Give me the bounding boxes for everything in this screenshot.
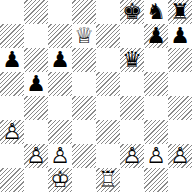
pawn-glyph: ♙ <box>120 144 144 168</box>
piece-white-pawn[interactable]: ♟♙ <box>24 144 48 168</box>
square-a6[interactable]: ♟♟ <box>0 48 24 72</box>
square-d8[interactable] <box>72 0 96 24</box>
square-a3[interactable]: ♟♙ <box>0 120 24 144</box>
pawn-glyph: ♟ <box>0 48 24 72</box>
piece-black-king[interactable]: ♚♚ <box>120 0 144 24</box>
square-c5[interactable] <box>48 72 72 96</box>
rook-glyph: ♖ <box>96 168 120 192</box>
square-a5[interactable] <box>0 72 24 96</box>
square-f7[interactable] <box>120 24 144 48</box>
square-f6[interactable]: ♛♛ <box>120 48 144 72</box>
square-h5[interactable] <box>168 72 192 96</box>
square-b7[interactable] <box>24 24 48 48</box>
square-b2[interactable]: ♟♙ <box>24 144 48 168</box>
pawn-glyph: ♟ <box>168 24 192 48</box>
pawn-glyph: ♙ <box>0 120 24 144</box>
square-f2[interactable]: ♟♙ <box>120 144 144 168</box>
piece-black-pawn[interactable]: ♟♟ <box>168 24 192 48</box>
square-c3[interactable] <box>48 120 72 144</box>
piece-black-pawn[interactable]: ♟♟ <box>48 48 72 72</box>
square-d7[interactable]: ♛♕ <box>72 24 96 48</box>
square-f3[interactable] <box>120 120 144 144</box>
square-a2[interactable] <box>0 144 24 168</box>
piece-white-rook[interactable]: ♜♖ <box>96 168 120 192</box>
square-c8[interactable] <box>48 0 72 24</box>
square-e7[interactable] <box>96 24 120 48</box>
square-f4[interactable] <box>120 96 144 120</box>
square-g7[interactable]: ♟♟ <box>144 24 168 48</box>
square-b3[interactable] <box>24 120 48 144</box>
square-g1[interactable] <box>144 168 168 192</box>
square-a1[interactable] <box>0 168 24 192</box>
king-glyph: ♚ <box>120 0 144 24</box>
piece-black-pawn[interactable]: ♟♟ <box>144 24 168 48</box>
piece-white-pawn[interactable]: ♟♙ <box>120 144 144 168</box>
square-a8[interactable] <box>0 0 24 24</box>
square-h8[interactable]: ♜♜ <box>168 0 192 24</box>
knight-glyph: ♞ <box>144 0 168 24</box>
piece-white-king[interactable]: ♚♔ <box>48 168 72 192</box>
square-e6[interactable] <box>96 48 120 72</box>
square-b8[interactable] <box>24 0 48 24</box>
square-c1[interactable]: ♚♔ <box>48 168 72 192</box>
queen-glyph: ♕ <box>72 24 96 48</box>
piece-white-queen[interactable]: ♛♕ <box>72 24 96 48</box>
pawn-glyph: ♟ <box>144 24 168 48</box>
square-h1[interactable] <box>168 168 192 192</box>
chess-board: ♚♚♞♞♜♜♛♕♟♟♟♟♟♟♟♟♛♛♟♟♟♙♟♙♟♙♟♙♟♙♟♙♚♔♜♖ <box>0 0 192 192</box>
pawn-glyph: ♟ <box>48 48 72 72</box>
square-e5[interactable] <box>96 72 120 96</box>
square-g4[interactable] <box>144 96 168 120</box>
square-d6[interactable] <box>72 48 96 72</box>
square-c2[interactable]: ♟♙ <box>48 144 72 168</box>
rook-glyph: ♜ <box>168 0 192 24</box>
square-d2[interactable] <box>72 144 96 168</box>
square-g8[interactable]: ♞♞ <box>144 0 168 24</box>
king-glyph: ♔ <box>48 168 72 192</box>
square-h6[interactable] <box>168 48 192 72</box>
square-d5[interactable] <box>72 72 96 96</box>
piece-black-queen[interactable]: ♛♛ <box>120 48 144 72</box>
piece-white-pawn[interactable]: ♟♙ <box>168 144 192 168</box>
pawn-glyph: ♙ <box>24 144 48 168</box>
square-g6[interactable] <box>144 48 168 72</box>
square-b5[interactable]: ♟♟ <box>24 72 48 96</box>
square-g2[interactable]: ♟♙ <box>144 144 168 168</box>
square-h3[interactable] <box>168 120 192 144</box>
piece-white-pawn[interactable]: ♟♙ <box>0 120 24 144</box>
square-c7[interactable] <box>48 24 72 48</box>
square-b4[interactable] <box>24 96 48 120</box>
square-e4[interactable] <box>96 96 120 120</box>
pawn-glyph: ♙ <box>48 144 72 168</box>
square-e2[interactable] <box>96 144 120 168</box>
square-d1[interactable] <box>72 168 96 192</box>
piece-white-pawn[interactable]: ♟♙ <box>48 144 72 168</box>
square-e8[interactable] <box>96 0 120 24</box>
square-b1[interactable] <box>24 168 48 192</box>
piece-black-knight[interactable]: ♞♞ <box>144 0 168 24</box>
square-h4[interactable] <box>168 96 192 120</box>
square-e1[interactable]: ♜♖ <box>96 168 120 192</box>
square-f8[interactable]: ♚♚ <box>120 0 144 24</box>
square-c6[interactable]: ♟♟ <box>48 48 72 72</box>
queen-glyph: ♛ <box>120 48 144 72</box>
pawn-glyph: ♙ <box>168 144 192 168</box>
piece-black-pawn[interactable]: ♟♟ <box>24 72 48 96</box>
square-e3[interactable] <box>96 120 120 144</box>
piece-black-pawn[interactable]: ♟♟ <box>0 48 24 72</box>
square-g3[interactable] <box>144 120 168 144</box>
piece-black-rook[interactable]: ♜♜ <box>168 0 192 24</box>
square-g5[interactable] <box>144 72 168 96</box>
square-a7[interactable] <box>0 24 24 48</box>
square-b6[interactable] <box>24 48 48 72</box>
square-f5[interactable] <box>120 72 144 96</box>
square-f1[interactable] <box>120 168 144 192</box>
square-a4[interactable] <box>0 96 24 120</box>
pawn-glyph: ♟ <box>24 72 48 96</box>
square-c4[interactable] <box>48 96 72 120</box>
square-d4[interactable] <box>72 96 96 120</box>
pawn-glyph: ♙ <box>144 144 168 168</box>
square-d3[interactable] <box>72 120 96 144</box>
square-h2[interactable]: ♟♙ <box>168 144 192 168</box>
square-h7[interactable]: ♟♟ <box>168 24 192 48</box>
piece-white-pawn[interactable]: ♟♙ <box>144 144 168 168</box>
